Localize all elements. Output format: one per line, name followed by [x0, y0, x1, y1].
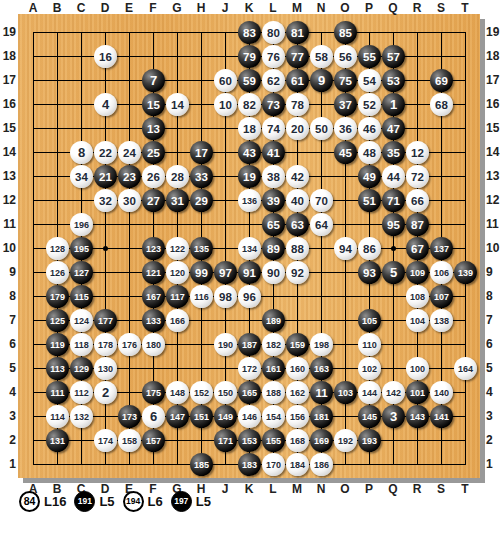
stone-H13: 33: [190, 165, 213, 188]
stone-R10: 67: [406, 237, 429, 260]
stone-N6: 198: [310, 333, 333, 356]
stone-M13: 42: [286, 165, 309, 188]
stone-S3: 141: [430, 405, 453, 428]
row-label-right: 19: [486, 25, 500, 39]
stone-L3: 154: [262, 405, 285, 428]
row-label-right: 15: [486, 121, 500, 135]
stone-F2: 157: [142, 429, 165, 452]
stone-F13: 26: [142, 165, 165, 188]
row-label-left: 16: [0, 97, 16, 111]
stone-M11: 63: [286, 213, 309, 236]
stone-Q4: 142: [382, 381, 405, 404]
stone-Q12: 71: [382, 189, 405, 212]
stone-R12: 66: [406, 189, 429, 212]
row-label-right: 11: [486, 217, 500, 231]
stone-M9: 92: [286, 261, 309, 284]
stone-D2: 174: [94, 429, 117, 452]
stone-K2: 153: [238, 429, 261, 452]
row-label-left: 17: [0, 73, 16, 87]
column-label-bottom: T: [453, 482, 477, 496]
column-label-top: H: [189, 1, 213, 15]
stone-B10: 128: [46, 237, 69, 260]
stone-P17: 54: [358, 69, 381, 92]
caption-stone-191: 191: [74, 491, 95, 512]
stone-E3: 173: [118, 405, 141, 428]
stone-P18: 55: [358, 45, 381, 68]
stone-O10: 94: [334, 237, 357, 260]
stone-E14: 24: [118, 141, 141, 164]
go-kifu-diagram: 8380818516797677585655577605962619755453…: [0, 0, 500, 537]
stone-H12: 29: [190, 189, 213, 212]
caption-stone-84: 84: [19, 491, 40, 512]
stone-F8: 167: [142, 285, 165, 308]
stone-M5: 160: [286, 357, 309, 380]
stone-C6: 118: [70, 333, 93, 356]
column-label-top: S: [429, 1, 453, 15]
stone-C4: 112: [70, 381, 93, 404]
column-label-bottom: M: [285, 482, 309, 496]
stone-L1: 170: [262, 453, 285, 476]
stone-L12: 39: [262, 189, 285, 212]
column-label-top: T: [453, 1, 477, 15]
stone-F10: 123: [142, 237, 165, 260]
stone-G7: 166: [166, 309, 189, 332]
stone-M3: 156: [286, 405, 309, 428]
stone-O18: 56: [334, 45, 357, 68]
stone-L14: 41: [262, 141, 285, 164]
stone-G9: 120: [166, 261, 189, 284]
stone-N2: 169: [310, 429, 333, 452]
stone-F3: 6: [142, 405, 165, 428]
star-point: [391, 246, 396, 251]
column-label-top: G: [165, 1, 189, 15]
stone-N17: 9: [310, 69, 333, 92]
row-label-left: 1: [0, 457, 16, 471]
stone-K9: 91: [238, 261, 261, 284]
row-label-right: 5: [486, 361, 500, 375]
row-label-right: 9: [486, 265, 500, 279]
stone-N5: 163: [310, 357, 333, 380]
column-label-top: M: [285, 1, 309, 15]
row-label-right: 3: [486, 409, 500, 423]
stone-N18: 58: [310, 45, 333, 68]
row-label-right: 8: [486, 289, 500, 303]
row-label-right: 17: [486, 73, 500, 87]
stone-B7: 125: [46, 309, 69, 332]
row-label-left: 7: [0, 313, 16, 327]
stone-C8: 115: [70, 285, 93, 308]
stone-L6: 182: [262, 333, 285, 356]
stone-O16: 37: [334, 93, 357, 116]
row-label-right: 2: [486, 433, 500, 447]
stone-Q16: 1: [382, 93, 405, 116]
stone-H3: 151: [190, 405, 213, 428]
stone-F4: 175: [142, 381, 165, 404]
stone-D4: 2: [94, 381, 117, 404]
stone-M16: 78: [286, 93, 309, 116]
row-label-right: 6: [486, 337, 500, 351]
stone-L15: 74: [262, 117, 285, 140]
row-label-right: 14: [486, 145, 500, 159]
column-label-top: A: [21, 1, 45, 15]
stone-O17: 75: [334, 69, 357, 92]
stone-C9: 127: [70, 261, 93, 284]
stone-B5: 113: [46, 357, 69, 380]
stone-J6: 190: [214, 333, 237, 356]
caption-stone-194: 194: [123, 491, 144, 512]
stone-S4: 140: [430, 381, 453, 404]
caption-stone-197: 197: [171, 491, 192, 512]
stone-E2: 158: [118, 429, 141, 452]
caption-moves-played-elsewhere: 84L16191L5194L6197L5: [19, 489, 215, 513]
stone-O19: 85: [334, 21, 357, 44]
stone-K15: 18: [238, 117, 261, 140]
stone-H1: 185: [190, 453, 213, 476]
stone-N3: 181: [310, 405, 333, 428]
stone-E12: 30: [118, 189, 141, 212]
stone-N11: 64: [310, 213, 333, 236]
row-label-left: 19: [0, 25, 16, 39]
stone-Q17: 53: [382, 69, 405, 92]
row-label-left: 15: [0, 121, 16, 135]
column-label-top: O: [333, 1, 357, 15]
stone-C13: 34: [70, 165, 93, 188]
star-point: [103, 246, 108, 251]
stone-J4: 150: [214, 381, 237, 404]
stone-P7: 105: [358, 309, 381, 332]
stone-Q13: 44: [382, 165, 405, 188]
row-label-left: 4: [0, 385, 16, 399]
stone-L9: 90: [262, 261, 285, 284]
row-label-left: 6: [0, 337, 16, 351]
stone-R3: 143: [406, 405, 429, 428]
row-label-left: 5: [0, 361, 16, 375]
stone-M6: 159: [286, 333, 309, 356]
stone-E13: 23: [118, 165, 141, 188]
row-label-right: 13: [486, 169, 500, 183]
row-label-left: 11: [0, 217, 16, 231]
stone-D13: 21: [94, 165, 117, 188]
stone-K14: 43: [238, 141, 261, 164]
stone-R14: 12: [406, 141, 429, 164]
column-label-top: Q: [381, 1, 405, 15]
stone-Q11: 95: [382, 213, 405, 236]
row-label-left: 10: [0, 241, 16, 255]
stone-M19: 81: [286, 21, 309, 44]
column-label-top: N: [309, 1, 333, 15]
column-label-bottom: N: [309, 482, 333, 496]
stone-F16: 15: [142, 93, 165, 116]
column-label-bottom: R: [405, 482, 429, 496]
stone-M10: 88: [286, 237, 309, 260]
stone-G4: 148: [166, 381, 189, 404]
stone-R4: 101: [406, 381, 429, 404]
stone-G3: 147: [166, 405, 189, 428]
stone-Q15: 47: [382, 117, 405, 140]
row-label-right: 1: [486, 457, 500, 471]
stone-K17: 59: [238, 69, 261, 92]
stone-B2: 131: [46, 429, 69, 452]
stone-S16: 68: [430, 93, 453, 116]
stone-P9: 93: [358, 261, 381, 284]
stone-P13: 49: [358, 165, 381, 188]
row-label-left: 8: [0, 289, 16, 303]
stone-C7: 124: [70, 309, 93, 332]
caption-point-label: L5: [196, 494, 211, 509]
row-label-right: 7: [486, 313, 500, 327]
stone-R7: 104: [406, 309, 429, 332]
stone-P12: 51: [358, 189, 381, 212]
stone-M12: 40: [286, 189, 309, 212]
stone-B3: 114: [46, 405, 69, 428]
row-label-left: 18: [0, 49, 16, 63]
stone-M18: 77: [286, 45, 309, 68]
stone-M4: 162: [286, 381, 309, 404]
stone-H4: 152: [190, 381, 213, 404]
stone-K19: 83: [238, 21, 261, 44]
stone-P6: 110: [358, 333, 381, 356]
column-label-bottom: L: [261, 482, 285, 496]
stone-K1: 183: [238, 453, 261, 476]
stone-L17: 62: [262, 69, 285, 92]
stone-S17: 69: [430, 69, 453, 92]
stone-O2: 192: [334, 429, 357, 452]
stone-G8: 117: [166, 285, 189, 308]
stone-S8: 107: [430, 285, 453, 308]
row-label-right: 16: [486, 97, 500, 111]
stone-J9: 97: [214, 261, 237, 284]
stone-H14: 17: [190, 141, 213, 164]
stone-O15: 36: [334, 117, 357, 140]
stone-K5: 172: [238, 357, 261, 380]
stone-D18: 16: [94, 45, 117, 68]
stone-Q9: 5: [382, 261, 405, 284]
stone-R13: 72: [406, 165, 429, 188]
stone-D6: 178: [94, 333, 117, 356]
stone-P4: 144: [358, 381, 381, 404]
stone-C10: 195: [70, 237, 93, 260]
stone-R8: 108: [406, 285, 429, 308]
stone-C3: 132: [70, 405, 93, 428]
row-label-left: 14: [0, 145, 16, 159]
stone-L10: 89: [262, 237, 285, 260]
stone-K3: 146: [238, 405, 261, 428]
column-label-top: P: [357, 1, 381, 15]
stone-L11: 65: [262, 213, 285, 236]
stone-K8: 96: [238, 285, 261, 308]
stone-P5: 102: [358, 357, 381, 380]
stone-J8: 98: [214, 285, 237, 308]
stone-F6: 180: [142, 333, 165, 356]
row-label-left: 2: [0, 433, 16, 447]
stone-P10: 86: [358, 237, 381, 260]
stone-K6: 187: [238, 333, 261, 356]
column-label-top: L: [261, 1, 285, 15]
stone-F15: 13: [142, 117, 165, 140]
stone-J17: 60: [214, 69, 237, 92]
stone-F9: 121: [142, 261, 165, 284]
stone-S10: 137: [430, 237, 453, 260]
stone-T5: 164: [454, 357, 477, 380]
stone-R5: 100: [406, 357, 429, 380]
stone-F12: 27: [142, 189, 165, 212]
stone-J3: 149: [214, 405, 237, 428]
stone-J16: 10: [214, 93, 237, 116]
stone-P15: 46: [358, 117, 381, 140]
stone-G10: 122: [166, 237, 189, 260]
stone-J2: 171: [214, 429, 237, 452]
column-label-bottom: Q: [381, 482, 405, 496]
stone-K18: 79: [238, 45, 261, 68]
stone-C11: 196: [70, 213, 93, 236]
stone-N1: 186: [310, 453, 333, 476]
column-label-bottom: S: [429, 482, 453, 496]
stone-F17: 7: [142, 69, 165, 92]
stone-O14: 45: [334, 141, 357, 164]
stone-L13: 38: [262, 165, 285, 188]
stone-B8: 179: [46, 285, 69, 308]
caption-point-label: L6: [148, 494, 163, 509]
row-label-left: 9: [0, 265, 16, 279]
caption-point-label: L5: [99, 494, 114, 509]
stone-F7: 133: [142, 309, 165, 332]
stone-L5: 161: [262, 357, 285, 380]
stone-Q3: 3: [382, 405, 405, 428]
stone-T9: 139: [454, 261, 477, 284]
stone-L18: 76: [262, 45, 285, 68]
stone-B6: 119: [46, 333, 69, 356]
column-label-bottom: J: [213, 482, 237, 496]
stone-N12: 70: [310, 189, 333, 212]
stone-R11: 87: [406, 213, 429, 236]
stone-P2: 193: [358, 429, 381, 452]
stone-M15: 20: [286, 117, 309, 140]
stone-L2: 155: [262, 429, 285, 452]
column-label-top: R: [405, 1, 429, 15]
stone-E6: 176: [118, 333, 141, 356]
stone-G16: 14: [166, 93, 189, 116]
stone-D16: 4: [94, 93, 117, 116]
stone-N4: 11: [310, 381, 333, 404]
stone-C14: 8: [70, 141, 93, 164]
row-label-left: 3: [0, 409, 16, 423]
stone-H9: 99: [190, 261, 213, 284]
stone-K10: 134: [238, 237, 261, 260]
grid-line-vertical: [465, 32, 466, 465]
stone-D7: 177: [94, 309, 117, 332]
stone-Q14: 35: [382, 141, 405, 164]
column-label-top: E: [117, 1, 141, 15]
stone-K13: 19: [238, 165, 261, 188]
stone-L7: 189: [262, 309, 285, 332]
column-label-bottom: O: [333, 482, 357, 496]
stone-P3: 145: [358, 405, 381, 428]
stone-F14: 25: [142, 141, 165, 164]
stone-D14: 22: [94, 141, 117, 164]
stone-M17: 61: [286, 69, 309, 92]
stone-P16: 52: [358, 93, 381, 116]
row-label-left: 13: [0, 169, 16, 183]
stone-G12: 31: [166, 189, 189, 212]
column-label-top: D: [93, 1, 117, 15]
stone-S9: 106: [430, 261, 453, 284]
stone-M2: 168: [286, 429, 309, 452]
caption-point-label: L16: [44, 494, 66, 509]
column-label-top: B: [45, 1, 69, 15]
stone-K12: 136: [238, 189, 261, 212]
stone-P14: 48: [358, 141, 381, 164]
stone-G13: 28: [166, 165, 189, 188]
column-label-top: J: [213, 1, 237, 15]
stone-L16: 73: [262, 93, 285, 116]
stone-H8: 116: [190, 285, 213, 308]
stone-D5: 130: [94, 357, 117, 380]
stone-D12: 32: [94, 189, 117, 212]
stone-K16: 82: [238, 93, 261, 116]
stone-L19: 80: [262, 21, 285, 44]
row-label-right: 12: [486, 193, 500, 207]
stone-Q18: 57: [382, 45, 405, 68]
stone-O4: 103: [334, 381, 357, 404]
column-label-top: C: [69, 1, 93, 15]
row-label-left: 12: [0, 193, 16, 207]
stone-K4: 165: [238, 381, 261, 404]
stone-R9: 109: [406, 261, 429, 284]
stone-B4: 111: [46, 381, 69, 404]
stone-N15: 50: [310, 117, 333, 140]
stone-H10: 135: [190, 237, 213, 260]
stone-C5: 129: [70, 357, 93, 380]
row-label-right: 10: [486, 241, 500, 255]
column-label-bottom: K: [237, 482, 261, 496]
stone-S7: 138: [430, 309, 453, 332]
stone-B9: 126: [46, 261, 69, 284]
row-label-right: 18: [486, 49, 500, 63]
row-label-right: 4: [486, 385, 500, 399]
column-label-top: F: [141, 1, 165, 15]
column-label-bottom: P: [357, 482, 381, 496]
stone-L4: 188: [262, 381, 285, 404]
stone-M1: 184: [286, 453, 309, 476]
column-label-top: K: [237, 1, 261, 15]
